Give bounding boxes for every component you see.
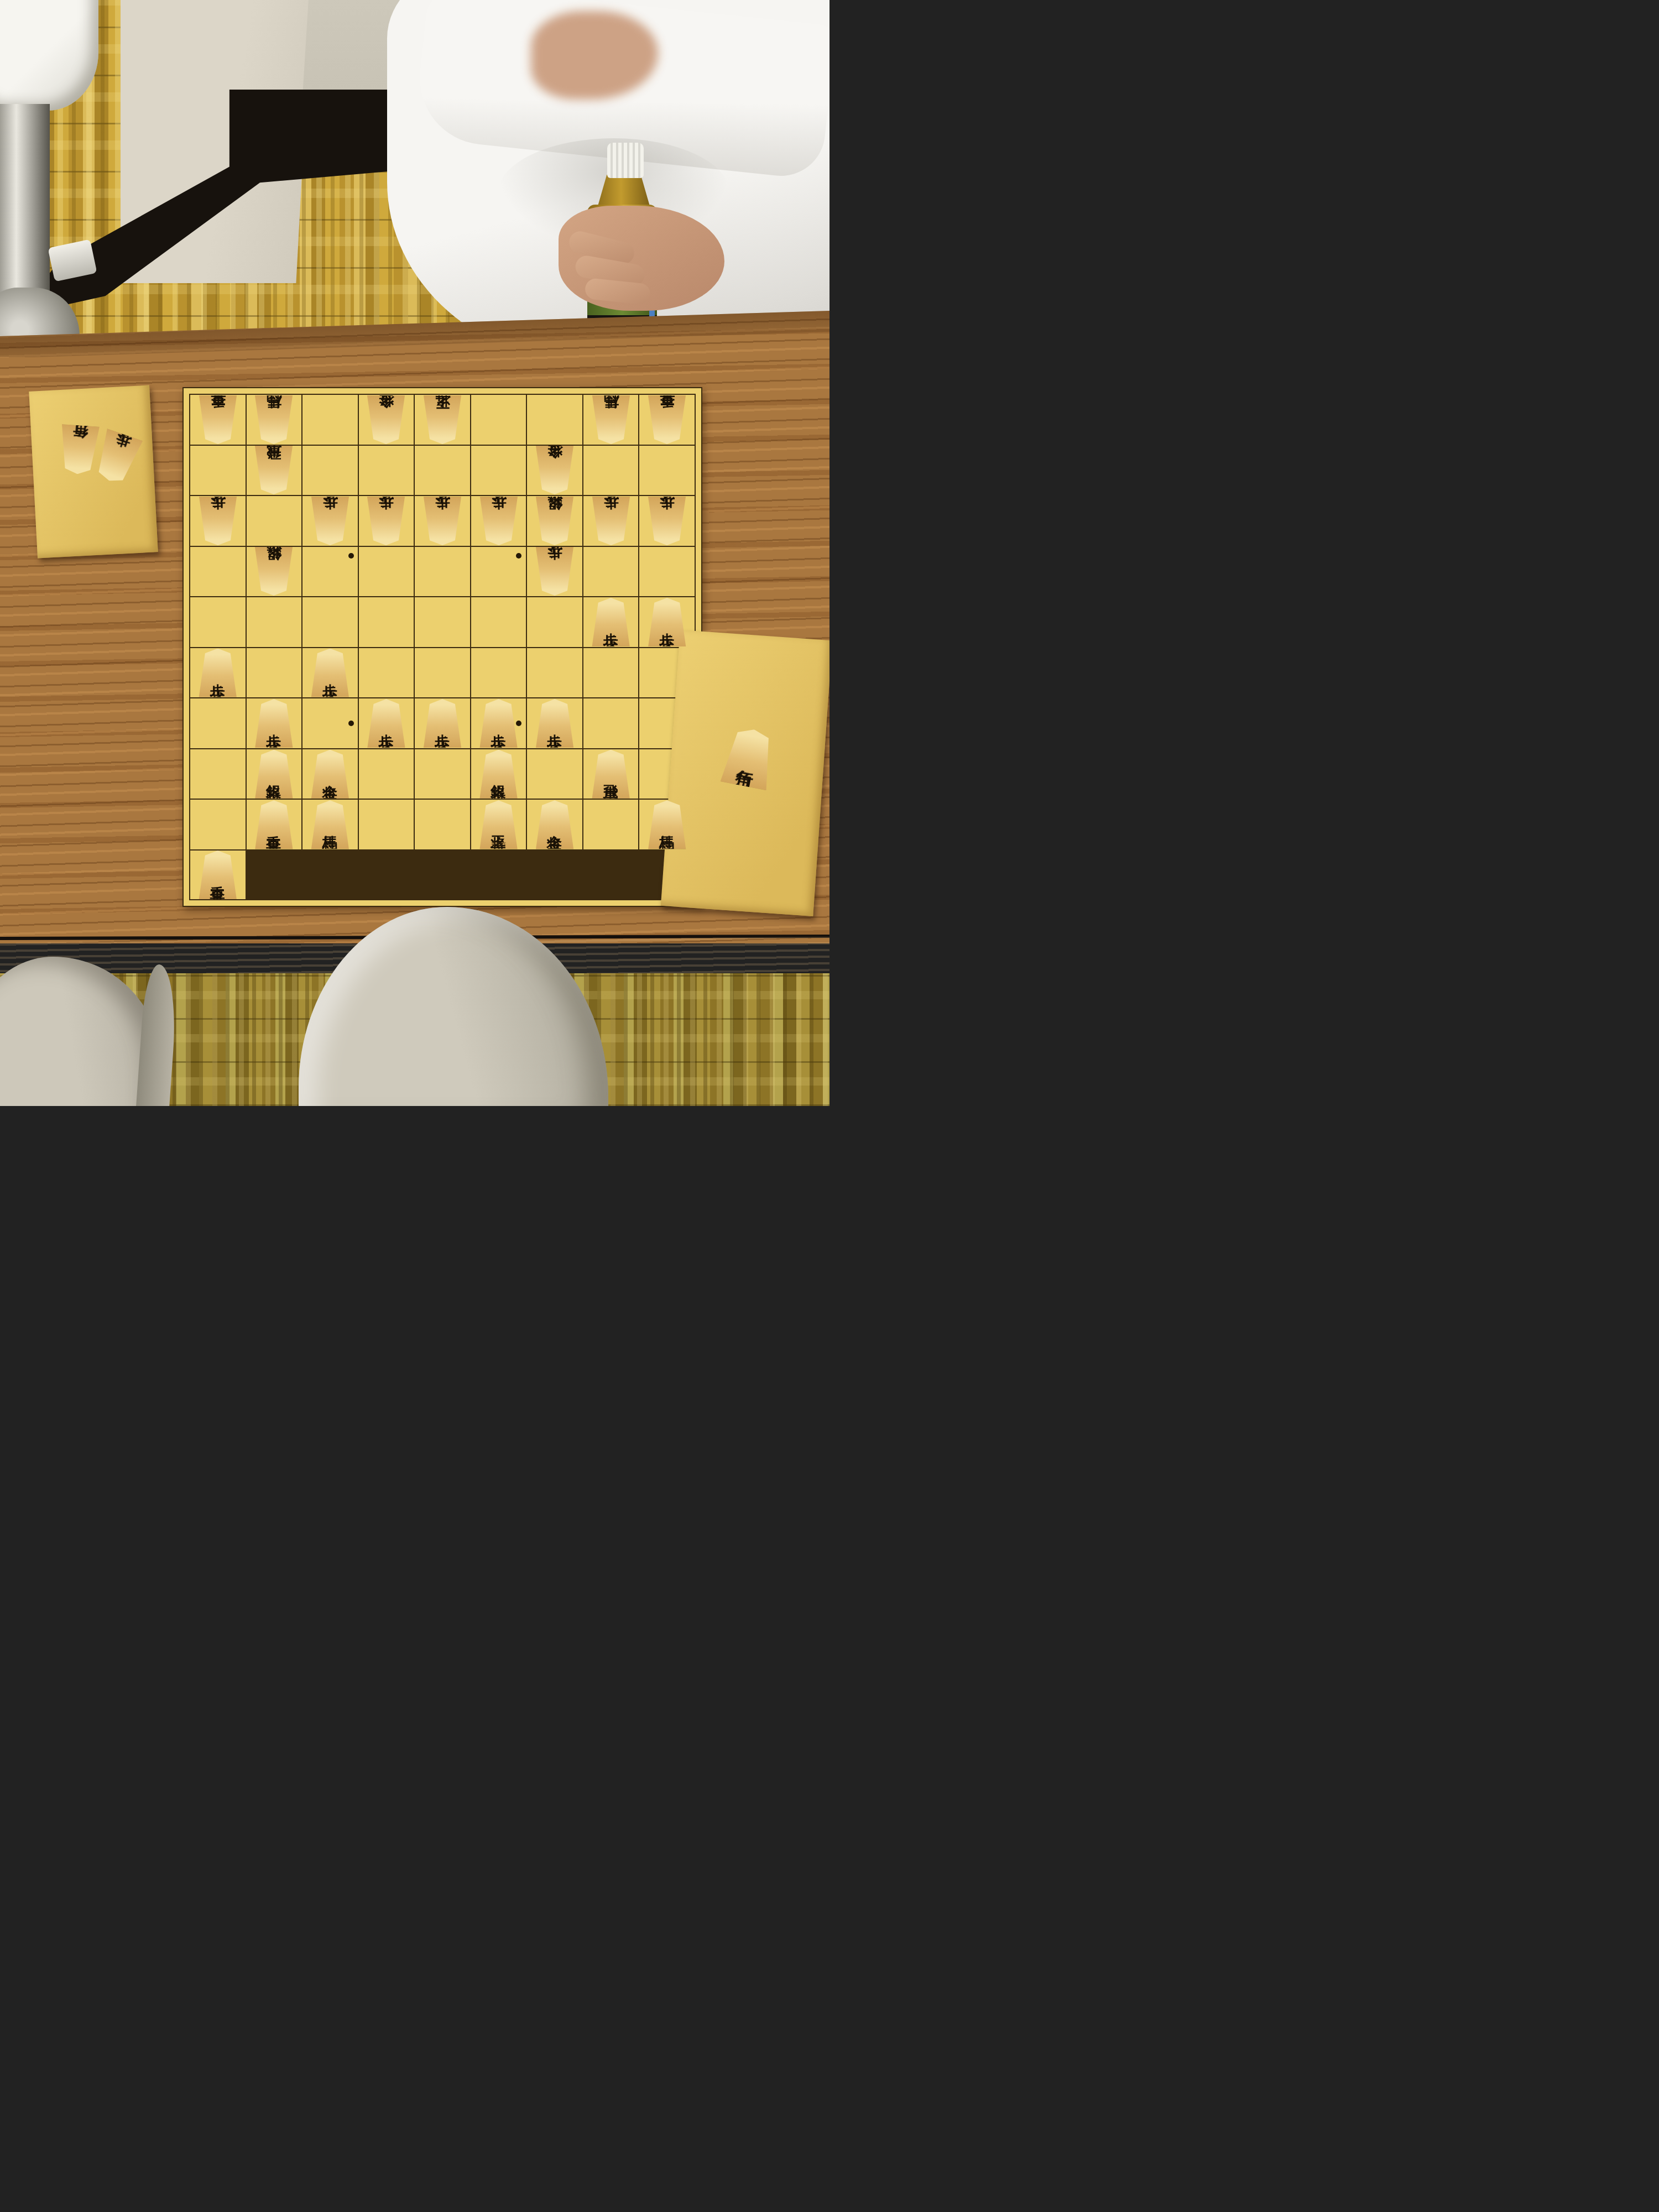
piece-label: 香車 [267, 823, 281, 826]
cell-7-8[interactable]: 金将 [302, 749, 358, 799]
piece-label: 歩兵 [435, 722, 450, 724]
piece-歩兵-sente[interactable]: 歩兵 [591, 598, 632, 646]
komadai-gote: 角行歩兵 [29, 385, 158, 559]
piece-label: 桂馬 [603, 419, 618, 421]
cell-8-7[interactable]: 歩兵 [247, 698, 302, 748]
cell-5-4[interactable] [415, 547, 470, 597]
hoshi-star-point [516, 721, 521, 726]
cell-6-7[interactable]: 歩兵 [359, 698, 414, 748]
piece-label: 歩兵 [109, 454, 124, 461]
cell-9-2[interactable] [190, 446, 246, 495]
piece-香車-sente[interactable]: 香車 [197, 851, 238, 899]
cell-6-1[interactable]: 金将 [359, 395, 414, 445]
piece-歩兵-gote[interactable]: 歩兵 [478, 497, 519, 545]
piece-label: 銀将 [267, 773, 281, 775]
piece-label: 香車 [210, 874, 225, 876]
piece-label: 銀将 [547, 520, 562, 522]
piece-label: 金将 [547, 469, 562, 471]
piece-王将-gote[interactable]: 王将 [422, 395, 463, 444]
piece-label: 桂馬 [267, 419, 281, 421]
cell-1-1[interactable]: 香車 [639, 395, 695, 445]
piece-角行-gote[interactable]: 角行 [57, 424, 101, 476]
piece-玉将-sente[interactable]: 玉将香松作 [478, 800, 519, 849]
cell-6-3[interactable]: 歩兵 [359, 496, 414, 546]
piece-label: 玉将 [491, 823, 506, 826]
piece-label: 歩兵 [603, 621, 618, 623]
piece-歩兵-sente[interactable]: 歩兵 [534, 699, 575, 748]
cell-6-9[interactable] [415, 800, 470, 849]
piece-香車-gote[interactable]: 香車 [197, 395, 238, 444]
piece-label: 歩兵 [660, 621, 675, 623]
cell-6-8[interactable] [359, 749, 414, 799]
piece-銀将-gote[interactable]: 銀将 [253, 547, 294, 596]
cell-4-1[interactable] [471, 395, 526, 445]
cell-9-1[interactable]: 香車 [190, 395, 246, 445]
piece-label: 歩兵 [660, 520, 675, 522]
cell-7-1[interactable] [302, 395, 358, 445]
cell-4-5[interactable] [471, 597, 526, 647]
cell-3-8[interactable] [527, 749, 582, 799]
cell-2-6[interactable] [583, 648, 639, 698]
piece-銀将-sente[interactable]: 銀将 [253, 750, 294, 799]
piece-飛車-gote[interactable]: 飛車 [253, 446, 294, 494]
piece-label: 歩兵 [547, 570, 562, 572]
piece-桂馬-sente[interactable]: 桂馬 [310, 800, 351, 849]
piece-label: 金将 [547, 823, 562, 826]
cell-9-9[interactable]: 香車 [247, 800, 302, 849]
cell-8-1[interactable]: 桂馬 [247, 395, 302, 445]
piece-label: 金将 [379, 419, 394, 421]
piece-label: 歩兵 [210, 672, 225, 674]
cell-6-2[interactable] [359, 446, 414, 495]
piece-label: 金将 [322, 773, 337, 775]
piece-label: 飛車 [603, 773, 618, 775]
cell-2-7[interactable] [583, 698, 639, 748]
piece-label: 歩兵 [491, 520, 506, 522]
piece-飛車-sente[interactable]: 飛車 [591, 750, 632, 799]
cell-0-8[interactable] [190, 800, 246, 849]
cell-2-1[interactable]: 桂馬 [583, 395, 639, 445]
cell-7-6[interactable]: 歩兵 [302, 648, 358, 698]
cell-9-4[interactable] [190, 547, 246, 597]
cell-1-3[interactable]: 歩兵 [639, 496, 695, 546]
cell-3-7[interactable]: 歩兵 [527, 698, 582, 748]
shogi-board-grid: 香車桂馬金将王将桂馬香車飛車金将歩兵歩兵歩兵歩兵歩兵銀将歩兵歩兵銀将歩兵歩兵歩兵… [189, 394, 696, 900]
piece-label: 歩兵 [267, 722, 281, 724]
cell-2-2[interactable] [583, 446, 639, 495]
piece-金将-gote[interactable]: 金将 [366, 395, 406, 444]
cell-8-2[interactable]: 飛車 [247, 446, 302, 495]
piece-香車-gote[interactable]: 香車 [646, 395, 687, 444]
cell-3-9[interactable] [583, 800, 639, 849]
piece-歩兵-gote[interactable]: 歩兵 [534, 547, 575, 596]
piece-label: 角行 [71, 448, 86, 451]
piece-歩兵-gote[interactable]: 歩兵 [591, 497, 632, 545]
piece-金将-sente[interactable]: 金将 [310, 750, 351, 799]
piece-label: 歩兵 [322, 520, 337, 522]
cell-9-8[interactable] [190, 749, 246, 799]
cell-3-4[interactable]: 歩兵 [527, 547, 582, 597]
piece-label: 香車 [660, 419, 675, 421]
cell-1-2[interactable] [639, 446, 695, 495]
cell-8-6[interactable] [247, 648, 302, 698]
piece-label: 歩兵 [379, 520, 394, 522]
piece-label: 桂馬 [322, 823, 337, 826]
cell-5-5[interactable] [415, 597, 470, 647]
piece-label: 角行 [740, 755, 758, 760]
piece-歩兵-gote[interactable]: 歩兵 [422, 497, 463, 545]
cell-3-1[interactable] [527, 395, 582, 445]
cell-8-3[interactable] [247, 496, 302, 546]
piece-label: 歩兵 [322, 672, 337, 674]
cell-6-5[interactable] [359, 597, 414, 647]
cell-7-9[interactable] [359, 800, 414, 849]
piece-角行-sente[interactable]: 角行 [718, 724, 779, 791]
king-maker-inscription: 香松作 [491, 841, 506, 848]
hoshi-star-point [516, 553, 521, 559]
piece-label: 歩兵 [379, 722, 394, 724]
piece-label: 歩兵 [547, 722, 562, 724]
piece-歩兵-sente[interactable]: 歩兵 [478, 699, 519, 748]
piece-label: 歩兵 [210, 520, 225, 522]
cell-3-6[interactable] [527, 648, 582, 698]
hoshi-star-point [348, 553, 354, 559]
cell-5-7[interactable]: 歩兵 [415, 698, 470, 748]
cell-7-3[interactable]: 歩兵 [302, 496, 358, 546]
cell-9-5[interactable] [190, 597, 246, 647]
piece-label: 王将 [435, 419, 450, 421]
piece-歩兵-sente[interactable]: 歩兵 [310, 649, 351, 697]
cell-9-3[interactable]: 歩兵 [190, 496, 246, 546]
cell-8-9[interactable]: 桂馬 [302, 800, 358, 849]
komadai-sente: 角行 [661, 630, 830, 916]
shogi-board: 香車桂馬金将王将桂馬香車飛車金将歩兵歩兵歩兵歩兵歩兵銀将歩兵歩兵銀将歩兵歩兵歩兵… [182, 387, 702, 907]
piece-銀将-gote[interactable]: 銀将 [534, 497, 575, 545]
cell-5-3[interactable]: 歩兵 [415, 496, 470, 546]
cell-4-8[interactable]: 銀将 [471, 749, 526, 799]
piece-金将-sente[interactable]: 金将 [534, 800, 575, 849]
bottle-neck [597, 175, 650, 208]
piece-銀将-sente[interactable]: 銀将 [478, 750, 519, 799]
cell-2-5[interactable]: 歩兵 [583, 597, 639, 647]
cell-4-3[interactable]: 歩兵 [471, 496, 526, 546]
cell-4-2[interactable] [471, 446, 526, 495]
bottle-cap [607, 143, 644, 178]
cell-5-1[interactable]: 王将 [415, 395, 470, 445]
piece-桂馬-gote[interactable]: 桂馬 [253, 395, 294, 444]
cell-5-8[interactable] [415, 749, 470, 799]
cell-8-8[interactable]: 銀将 [247, 749, 302, 799]
cell-2-8[interactable]: 飛車 [583, 749, 639, 799]
cell-9-7[interactable] [190, 698, 246, 748]
piece-桂馬-gote[interactable]: 桂馬 [591, 395, 632, 444]
cell-2-3[interactable]: 歩兵 [583, 496, 639, 546]
cell-5-2[interactable] [415, 446, 470, 495]
cell-8-5[interactable] [247, 597, 302, 647]
cell-4-6[interactable] [471, 648, 526, 698]
cell-6-6[interactable] [359, 648, 414, 698]
piece-歩兵-sente[interactable]: 歩兵 [422, 699, 463, 748]
piece-歩兵-sente[interactable]: 歩兵 [646, 598, 687, 646]
piece-歩兵-gote[interactable]: 歩兵 [646, 497, 687, 545]
cell-2-4[interactable] [583, 547, 639, 597]
cell-7-5[interactable] [302, 597, 358, 647]
piece-label: 桂馬 [660, 823, 675, 826]
piece-歩兵-gote[interactable]: 歩兵 [197, 497, 238, 545]
piece-label: 歩兵 [603, 520, 618, 522]
piece-label: 飛車 [267, 469, 281, 471]
piece-label: 銀将 [267, 570, 281, 572]
cell-5-9[interactable]: 玉将香松作 [471, 800, 526, 849]
cell-7-2[interactable] [302, 446, 358, 495]
piece-金将-gote[interactable]: 金将 [534, 446, 575, 494]
piece-label: 銀将 [491, 773, 506, 775]
hoshi-star-point [348, 721, 354, 726]
piece-香車-sente[interactable]: 香車 [253, 800, 294, 849]
cell-1-9[interactable]: 香車 [190, 851, 246, 899]
cell-5-6[interactable] [415, 648, 470, 698]
piece-label: 香車 [210, 419, 225, 421]
piece-歩兵-sente[interactable]: 歩兵 [253, 699, 294, 748]
scene: 茶 角行歩兵 香車桂馬金将王将桂馬香車飛車金将歩兵歩兵歩兵歩兵歩兵銀将歩兵歩兵銀… [0, 0, 830, 1106]
piece-label: 歩兵 [435, 520, 450, 522]
piece-歩兵-gote[interactable]: 歩兵 [366, 497, 406, 545]
cell-1-4[interactable] [639, 547, 695, 597]
cell-4-9[interactable]: 金将 [527, 800, 582, 849]
piece-歩兵-sente[interactable]: 歩兵 [197, 649, 238, 697]
piece-歩兵-gote[interactable]: 歩兵 [310, 497, 351, 545]
piece-歩兵-sente[interactable]: 歩兵 [366, 699, 406, 748]
piece-label: 歩兵 [491, 722, 506, 724]
piece-歩兵-gote[interactable]: 歩兵 [90, 428, 144, 487]
cell-3-3[interactable]: 銀将 [527, 496, 582, 546]
cell-3-5[interactable] [527, 597, 582, 647]
cell-3-2[interactable]: 金将 [527, 446, 582, 495]
cell-9-6[interactable]: 歩兵 [190, 648, 246, 698]
cell-6-4[interactable] [359, 547, 414, 597]
cell-8-4[interactable]: 銀将 [247, 547, 302, 597]
